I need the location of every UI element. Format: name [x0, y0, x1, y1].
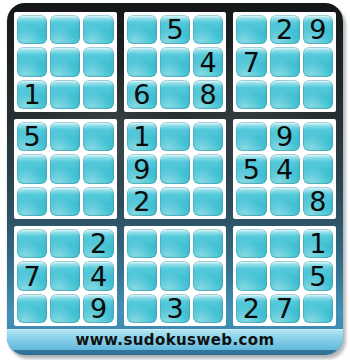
cell-r5c3[interactable]: [83, 154, 113, 183]
box-r1c1: 1: [14, 12, 117, 112]
box-r2c1: 5: [14, 119, 117, 219]
cell-r4c3[interactable]: [83, 122, 113, 151]
cell-r7c1[interactable]: [17, 229, 47, 258]
cell-r1c5[interactable]: 5: [160, 15, 190, 44]
sudoku-board: 1546829751929548274931527: [14, 12, 336, 326]
cell-r8c2[interactable]: [50, 261, 80, 290]
cell-r6c3[interactable]: [83, 187, 113, 216]
site-url-text: www.sudokusweb.com: [75, 331, 274, 349]
cell-r3c7[interactable]: [236, 80, 266, 109]
cell-r8c3[interactable]: 4: [83, 261, 113, 290]
cell-r6c4[interactable]: 2: [127, 187, 157, 216]
cell-r4c7[interactable]: [236, 122, 266, 151]
cell-r5c8[interactable]: 4: [270, 154, 300, 183]
cell-r2c6[interactable]: 4: [193, 47, 223, 76]
cell-r1c9[interactable]: 9: [303, 15, 333, 44]
cell-r7c4[interactable]: [127, 229, 157, 258]
cell-r9c9[interactable]: [303, 294, 333, 323]
cell-r6c8[interactable]: [270, 187, 300, 216]
cell-r4c4[interactable]: 1: [127, 122, 157, 151]
cell-r5c4[interactable]: 9: [127, 154, 157, 183]
cell-r5c9[interactable]: [303, 154, 333, 183]
cell-r2c8[interactable]: [270, 47, 300, 76]
cell-r9c5[interactable]: 3: [160, 294, 190, 323]
cell-r6c1[interactable]: [17, 187, 47, 216]
cell-r2c7[interactable]: 7: [236, 47, 266, 76]
box-r3c1: 2749: [14, 226, 117, 326]
box-r1c3: 297: [233, 12, 336, 112]
cell-r2c5[interactable]: [160, 47, 190, 76]
cell-r8c6[interactable]: [193, 261, 223, 290]
cell-r6c7[interactable]: [236, 187, 266, 216]
cell-r4c9[interactable]: [303, 122, 333, 151]
cell-r5c5[interactable]: [160, 154, 190, 183]
cell-r8c1[interactable]: 7: [17, 261, 47, 290]
cell-r9c4[interactable]: [127, 294, 157, 323]
cell-r6c5[interactable]: [160, 187, 190, 216]
cell-r2c9[interactable]: [303, 47, 333, 76]
cell-r1c7[interactable]: [236, 15, 266, 44]
cell-r8c7[interactable]: [236, 261, 266, 290]
cell-r9c6[interactable]: [193, 294, 223, 323]
cell-r8c5[interactable]: [160, 261, 190, 290]
cell-r6c9[interactable]: 8: [303, 187, 333, 216]
cell-r2c3[interactable]: [83, 47, 113, 76]
cell-r7c9[interactable]: 1: [303, 229, 333, 258]
cell-r9c2[interactable]: [50, 294, 80, 323]
cell-r1c4[interactable]: [127, 15, 157, 44]
cell-r9c3[interactable]: 9: [83, 294, 113, 323]
cell-r1c6[interactable]: [193, 15, 223, 44]
cell-r5c7[interactable]: 5: [236, 154, 266, 183]
box-r1c2: 5468: [124, 12, 227, 112]
cell-r2c1[interactable]: [17, 47, 47, 76]
cell-r9c8[interactable]: 7: [270, 294, 300, 323]
cell-r3c6[interactable]: 8: [193, 80, 223, 109]
cell-r3c1[interactable]: 1: [17, 80, 47, 109]
cell-r7c5[interactable]: [160, 229, 190, 258]
cell-r7c8[interactable]: [270, 229, 300, 258]
cell-r5c2[interactable]: [50, 154, 80, 183]
cell-r2c2[interactable]: [50, 47, 80, 76]
cell-r1c1[interactable]: [17, 15, 47, 44]
page: 1546829751929548274931527 www.sudokusweb…: [0, 0, 350, 360]
cell-r7c2[interactable]: [50, 229, 80, 258]
box-r2c3: 9548: [233, 119, 336, 219]
cell-r4c6[interactable]: [193, 122, 223, 151]
cell-r1c3[interactable]: [83, 15, 113, 44]
cell-r3c3[interactable]: [83, 80, 113, 109]
cell-r4c5[interactable]: [160, 122, 190, 151]
cell-r3c8[interactable]: [270, 80, 300, 109]
cell-r4c8[interactable]: 9: [270, 122, 300, 151]
cell-r1c8[interactable]: 2: [270, 15, 300, 44]
cell-r5c6[interactable]: [193, 154, 223, 183]
cell-r7c7[interactable]: [236, 229, 266, 258]
cell-r1c2[interactable]: [50, 15, 80, 44]
cell-r2c4[interactable]: [127, 47, 157, 76]
cell-r8c9[interactable]: 5: [303, 261, 333, 290]
cell-r4c2[interactable]: [50, 122, 80, 151]
box-r3c3: 1527: [233, 226, 336, 326]
cell-r6c6[interactable]: [193, 187, 223, 216]
cell-r9c7[interactable]: 2: [236, 294, 266, 323]
cell-r8c4[interactable]: [127, 261, 157, 290]
box-r3c2: 3: [124, 226, 227, 326]
cell-r7c3[interactable]: 2: [83, 229, 113, 258]
cell-r4c1[interactable]: 5: [17, 122, 47, 151]
cell-r3c5[interactable]: [160, 80, 190, 109]
footer-site-banner: www.sudokusweb.com: [7, 329, 343, 350]
sudoku-frame: 1546829751929548274931527 www.sudokusweb…: [7, 3, 343, 355]
cell-r5c1[interactable]: [17, 154, 47, 183]
cell-r8c8[interactable]: [270, 261, 300, 290]
cell-r3c4[interactable]: 6: [127, 80, 157, 109]
box-r2c2: 192: [124, 119, 227, 219]
cell-r3c9[interactable]: [303, 80, 333, 109]
cell-r6c2[interactable]: [50, 187, 80, 216]
cell-r7c6[interactable]: [193, 229, 223, 258]
cell-r9c1[interactable]: [17, 294, 47, 323]
cell-r3c2[interactable]: [50, 80, 80, 109]
